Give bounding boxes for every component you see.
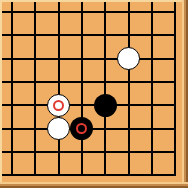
white-stone[interactable] [117, 47, 140, 70]
white-stone[interactable] [47, 117, 70, 140]
board-intersection-r3c5[interactable] [94, 47, 117, 70]
board-intersection-r6c6[interactable] [117, 117, 140, 140]
board-intersection-r6c1[interactable] [0, 117, 23, 140]
board-intersection-r1c7[interactable] [140, 0, 163, 23]
board-edge-left-highlight [0, 0, 2, 182]
go-board [0, 0, 188, 188]
board-intersection-r6c2[interactable] [24, 117, 47, 140]
black-stone[interactable] [94, 94, 117, 117]
board-intersection-r2c4[interactable] [70, 24, 93, 47]
board-intersection-r6c7[interactable] [140, 117, 163, 140]
board-intersection-r3c1[interactable] [0, 47, 23, 70]
board-intersection-r3c2[interactable] [24, 47, 47, 70]
white-stone[interactable] [47, 94, 70, 117]
board-intersection-r3c3[interactable] [47, 47, 70, 70]
board-intersection-r3c7[interactable] [140, 47, 163, 70]
board-intersection-r2c5[interactable] [94, 24, 117, 47]
board-intersection-r1c2[interactable] [24, 0, 47, 23]
board-intersection-r5c6[interactable] [117, 94, 140, 117]
board-intersection-r5c5[interactable] [94, 94, 117, 117]
board-intersection-r1c4[interactable] [70, 0, 93, 23]
board-intersection-r7c3[interactable] [47, 140, 70, 163]
board-intersection-r1c6[interactable] [117, 0, 140, 23]
board-intersection-r7c4[interactable] [70, 140, 93, 163]
go-board-grid [0, 0, 187, 187]
board-intersection-r2c7[interactable] [140, 24, 163, 47]
board-intersection-r7c1[interactable] [0, 140, 23, 163]
board-intersection-r6c4[interactable] [70, 117, 93, 140]
black-stone[interactable] [70, 117, 93, 140]
board-intersection-r4c1[interactable] [0, 70, 23, 93]
board-intersection-r2c1[interactable] [0, 24, 23, 47]
board-intersection-r4c7[interactable] [140, 70, 163, 93]
board-intersection-r5c1[interactable] [0, 94, 23, 117]
board-intersection-r1c5[interactable] [94, 0, 117, 23]
board-intersection-r5c2[interactable] [24, 94, 47, 117]
board-intersection-r5c3[interactable] [47, 94, 70, 117]
board-intersection-r7c7[interactable] [140, 140, 163, 163]
board-intersection-r2c6[interactable] [117, 24, 140, 47]
board-intersection-r4c2[interactable] [24, 70, 47, 93]
circle-marker-icon [76, 123, 87, 134]
board-intersection-r2c3[interactable] [47, 24, 70, 47]
board-intersection-r5c4[interactable] [70, 94, 93, 117]
board-intersection-r3c4[interactable] [70, 47, 93, 70]
board-edge-bottom-shadow [0, 182, 188, 188]
board-edge-top-highlight [0, 0, 182, 2]
board-intersection-r4c3[interactable] [47, 70, 70, 93]
board-intersection-r2c2[interactable] [24, 24, 47, 47]
board-intersection-r1c1[interactable] [0, 0, 23, 23]
board-intersection-r7c2[interactable] [24, 140, 47, 163]
board-intersection-r4c4[interactable] [70, 70, 93, 93]
board-intersection-r4c6[interactable] [117, 70, 140, 93]
board-intersection-r3c6[interactable] [117, 47, 140, 70]
board-intersection-r1c3[interactable] [47, 0, 70, 23]
board-intersection-r7c6[interactable] [117, 140, 140, 163]
board-intersection-r5c7[interactable] [140, 94, 163, 117]
board-intersection-r4c5[interactable] [94, 70, 117, 93]
board-edge-right-shadow [182, 0, 188, 188]
board-intersection-r7c5[interactable] [94, 140, 117, 163]
board-intersection-r6c5[interactable] [94, 117, 117, 140]
board-intersection-r6c3[interactable] [47, 117, 70, 140]
circle-marker-icon [53, 100, 64, 111]
